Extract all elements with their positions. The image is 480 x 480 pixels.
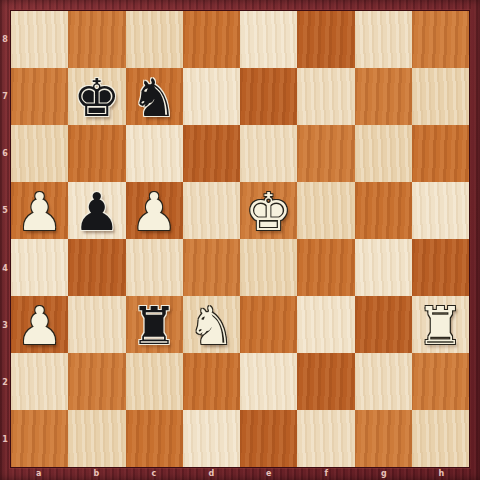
square-c3[interactable]: ♜ <box>126 296 183 353</box>
square-h4[interactable] <box>412 239 469 296</box>
file-label-d: d <box>183 468 241 480</box>
square-c8[interactable] <box>126 11 183 68</box>
square-c5[interactable]: ♟ <box>126 182 183 239</box>
rank-label-5: 5 <box>0 206 10 215</box>
square-c7[interactable]: ♞ <box>126 68 183 125</box>
square-g6[interactable] <box>355 125 412 182</box>
square-a5[interactable]: ♟ <box>11 182 68 239</box>
square-b7[interactable]: ♚ <box>68 68 125 125</box>
white-king[interactable]: ♚ <box>245 186 292 238</box>
square-b5[interactable]: ♟ <box>68 182 125 239</box>
white-pawn[interactable]: ♟ <box>16 300 63 352</box>
square-h5[interactable] <box>412 182 469 239</box>
white-knight[interactable]: ♞ <box>188 300 235 352</box>
square-e3[interactable] <box>240 296 297 353</box>
file-label-b: b <box>68 468 126 480</box>
square-e2[interactable] <box>240 353 297 410</box>
square-g2[interactable] <box>355 353 412 410</box>
square-c2[interactable] <box>126 353 183 410</box>
file-label-e: e <box>240 468 298 480</box>
square-f7[interactable] <box>297 68 354 125</box>
square-d3[interactable]: ♞ <box>183 296 240 353</box>
square-g5[interactable] <box>355 182 412 239</box>
square-g7[interactable] <box>355 68 412 125</box>
square-h7[interactable] <box>412 68 469 125</box>
square-c6[interactable] <box>126 125 183 182</box>
square-a3[interactable]: ♟ <box>11 296 68 353</box>
file-label-g: g <box>355 468 413 480</box>
square-d8[interactable] <box>183 11 240 68</box>
square-a8[interactable] <box>11 11 68 68</box>
square-h1[interactable] <box>412 410 469 467</box>
white-rook[interactable]: ♜ <box>417 300 464 352</box>
square-h2[interactable] <box>412 353 469 410</box>
square-d1[interactable] <box>183 410 240 467</box>
square-a4[interactable] <box>11 239 68 296</box>
square-d5[interactable] <box>183 182 240 239</box>
rank-label-8: 8 <box>0 34 10 43</box>
square-g3[interactable] <box>355 296 412 353</box>
white-pawn[interactable]: ♟ <box>16 186 63 238</box>
square-d4[interactable] <box>183 239 240 296</box>
square-f1[interactable] <box>297 410 354 467</box>
square-e7[interactable] <box>240 68 297 125</box>
rank-label-2: 2 <box>0 378 10 387</box>
chess-board-frame: ♚♞♟♟♟♚♟♜♞♜ 87654321abcdefgh <box>0 0 480 480</box>
white-pawn[interactable]: ♟ <box>131 186 178 238</box>
square-g4[interactable] <box>355 239 412 296</box>
square-f4[interactable] <box>297 239 354 296</box>
square-f2[interactable] <box>297 353 354 410</box>
square-e8[interactable] <box>240 11 297 68</box>
square-b8[interactable] <box>68 11 125 68</box>
rank-label-3: 3 <box>0 320 10 329</box>
chess-board: ♚♞♟♟♟♚♟♜♞♜ <box>10 10 470 468</box>
square-h6[interactable] <box>412 125 469 182</box>
square-f6[interactable] <box>297 125 354 182</box>
square-c4[interactable] <box>126 239 183 296</box>
rank-label-6: 6 <box>0 149 10 158</box>
square-f3[interactable] <box>297 296 354 353</box>
square-b1[interactable] <box>68 410 125 467</box>
square-d6[interactable] <box>183 125 240 182</box>
rank-label-4: 4 <box>0 263 10 272</box>
square-e1[interactable] <box>240 410 297 467</box>
square-b2[interactable] <box>68 353 125 410</box>
file-label-a: a <box>10 468 68 480</box>
black-king[interactable]: ♚ <box>74 72 121 124</box>
square-e5[interactable]: ♚ <box>240 182 297 239</box>
file-label-f: f <box>298 468 356 480</box>
file-label-h: h <box>413 468 471 480</box>
square-f5[interactable] <box>297 182 354 239</box>
square-b3[interactable] <box>68 296 125 353</box>
square-b6[interactable] <box>68 125 125 182</box>
square-g8[interactable] <box>355 11 412 68</box>
square-c1[interactable] <box>126 410 183 467</box>
square-a2[interactable] <box>11 353 68 410</box>
square-a6[interactable] <box>11 125 68 182</box>
square-f8[interactable] <box>297 11 354 68</box>
square-h3[interactable]: ♜ <box>412 296 469 353</box>
square-a1[interactable] <box>11 410 68 467</box>
square-g1[interactable] <box>355 410 412 467</box>
square-d7[interactable] <box>183 68 240 125</box>
black-pawn[interactable]: ♟ <box>74 186 121 238</box>
square-b4[interactable] <box>68 239 125 296</box>
rank-label-7: 7 <box>0 91 10 100</box>
square-h8[interactable] <box>412 11 469 68</box>
square-e4[interactable] <box>240 239 297 296</box>
square-a7[interactable] <box>11 68 68 125</box>
square-d2[interactable] <box>183 353 240 410</box>
black-rook[interactable]: ♜ <box>131 300 178 352</box>
file-label-c: c <box>125 468 183 480</box>
black-knight[interactable]: ♞ <box>131 72 178 124</box>
rank-label-1: 1 <box>0 435 10 444</box>
square-e6[interactable] <box>240 125 297 182</box>
